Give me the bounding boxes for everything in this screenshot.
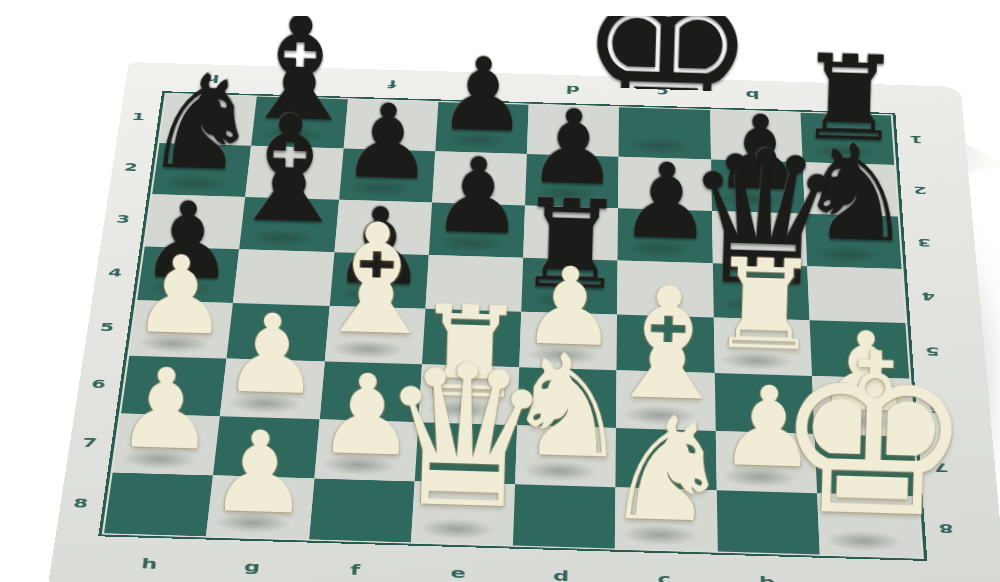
piece-white-knight-c8: ♞ [602,396,734,543]
piece-white-queen-e8: ♛ [374,337,556,538]
rank-left-label-8: 8 [72,495,89,511]
file-top-label-c: c [657,86,669,98]
rank-right-label-4: 4 [921,289,936,303]
file-bottom-label-h: h [140,556,158,572]
file-top-label-d: d [565,83,579,95]
perspective-scene: hgfedcba hgfedcba 12345678 12345678 ♝♟♚♜… [40,16,1000,582]
rank-left-label-7: 7 [82,435,99,450]
file-bottom-label-g: g [243,559,261,575]
rank-left-label-5: 5 [99,320,115,334]
square-h8 [104,472,213,536]
file-top-label-f: f [387,78,396,90]
file-top-label-g: g [294,75,309,87]
file-bottom-label-f: f [350,562,361,578]
square-a8: ♚ [817,493,922,557]
square-e8: ♛ [411,481,515,545]
square-c8: ♞ [615,487,717,551]
piece-white-pawn-h5: ♟ [131,241,230,351]
file-bottom-label-b: b [759,574,776,582]
file-top-label-b: b [745,88,759,100]
piece-black-pawn-e1: ♟ [436,43,530,147]
board: ♝♟♚♜♞♟♟♟♝♟♟♞♟♟♜♛♟♝♟♜♟♜♝♟♟♟♞♟♟♛♞♚ [98,91,927,561]
chess-set-product-photo: hgfedcba hgfedcba 12345678 12345678 ♝♟♚♜… [40,16,1000,582]
square-g8: ♟ [206,475,314,539]
file-labels-bottom: hgfedcba [97,555,923,582]
square-h7: ♟ [113,413,220,475]
piece-white-pawn-g6: ♟ [222,299,323,411]
file-bottom-label-a: a [862,577,878,582]
piece-white-pawn-g8: ♟ [208,415,312,530]
vinyl-chess-mat: hgfedcba hgfedcba 12345678 12345678 ♝♟♚♜… [48,62,1000,582]
rank-right-label-2: 2 [913,184,927,197]
rank-left-label-2: 2 [123,161,138,174]
file-bottom-label-e: e [450,565,466,581]
rank-left-label-4: 4 [107,265,123,279]
file-bottom-label-d: d [553,568,569,582]
rank-right-label-1: 1 [909,133,923,146]
piece-white-pawn-h7: ♟ [115,353,217,466]
file-top-label-e: e [475,80,489,92]
file-bottom-label-c: c [658,571,671,582]
piece-white-king-a8: ♚ [770,322,976,550]
rank-right-label-3: 3 [917,236,932,250]
file-top-label-a: a [836,91,850,103]
file-top-label-h: h [204,72,220,84]
rank-left-label-6: 6 [90,377,106,392]
rank-left-label-3: 3 [115,212,131,225]
